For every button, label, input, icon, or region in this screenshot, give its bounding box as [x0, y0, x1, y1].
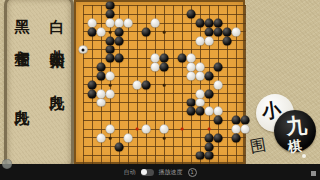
white-stone	[196, 36, 205, 45]
white-stone	[187, 72, 196, 81]
black-stone	[97, 63, 106, 72]
logo-char-jiu: 九	[285, 111, 309, 141]
star-point	[109, 31, 112, 34]
black-color-label: 黑	[13, 7, 31, 8]
black-stone	[115, 28, 124, 37]
white-stone	[151, 54, 160, 63]
white-stone	[97, 98, 106, 107]
grid-line	[83, 102, 246, 103]
grid-line	[191, 5, 192, 164]
black-stone	[205, 72, 214, 81]
logo-char-qi: 棋	[287, 137, 303, 157]
black-stone	[205, 134, 214, 143]
white-stone	[151, 19, 160, 28]
grid-line	[173, 5, 174, 164]
star-point	[163, 137, 166, 140]
black-stone	[223, 36, 232, 45]
star-point	[109, 137, 112, 140]
black-stone	[196, 107, 205, 116]
watermark-badge	[2, 159, 12, 169]
white-stone	[232, 28, 241, 37]
red-marker-dot	[208, 128, 211, 131]
black-stone	[115, 36, 124, 45]
black-stone	[205, 28, 214, 37]
black-stone	[205, 19, 214, 28]
black-stone	[106, 45, 115, 54]
black-stone	[187, 107, 196, 116]
channel-logo: 小 九 围 棋	[250, 94, 316, 168]
video-frame[interactable]: 白 井山裕太 九段 黑 卞相壹 九段 小 九 围 棋 自动 播放速度 1	[0, 0, 320, 180]
black-stone	[160, 63, 169, 72]
white-stone	[124, 19, 133, 28]
white-stone	[214, 81, 223, 90]
bar-right-label: 播放速度	[159, 169, 183, 175]
black-stone	[214, 116, 223, 125]
black-stone	[88, 89, 97, 98]
black-player-column: 黑 卞相壹 九段	[14, 7, 29, 100]
white-stone	[196, 63, 205, 72]
white-stone	[97, 89, 106, 98]
white-stone	[187, 63, 196, 72]
white-stone	[142, 125, 151, 134]
black-stone	[115, 142, 124, 151]
black-stone	[214, 28, 223, 37]
last-move-marker	[82, 48, 85, 51]
white-stone	[106, 89, 115, 98]
white-stone	[187, 54, 196, 63]
black-stone	[241, 116, 250, 125]
player-name-scroll: 白 井山裕太 九段 黑 卞相壹 九段	[4, 0, 74, 170]
white-stone	[88, 19, 97, 28]
grid-line	[83, 155, 246, 156]
black-stone	[214, 19, 223, 28]
black-stone	[88, 81, 97, 90]
star-point	[163, 84, 166, 87]
grid-line	[83, 146, 246, 147]
speed-badge[interactable]: 1	[188, 168, 197, 177]
black-stone	[214, 63, 223, 72]
black-player-name: 卞相壹	[13, 38, 31, 41]
grid-line	[200, 5, 201, 164]
black-stone	[196, 19, 205, 28]
white-stone	[196, 72, 205, 81]
star-point	[109, 84, 112, 87]
white-color-label: 白	[48, 7, 66, 8]
logo-char-wei: 围	[248, 135, 267, 158]
white-player-rank: 九段	[48, 83, 66, 85]
black-stone	[142, 81, 151, 90]
white-stone	[151, 63, 160, 72]
black-stone	[214, 134, 223, 143]
black-stone	[88, 28, 97, 37]
white-stone	[205, 36, 214, 45]
white-stone	[241, 125, 250, 134]
black-stone	[97, 72, 106, 81]
star-point	[163, 31, 166, 34]
black-stone	[232, 116, 241, 125]
black-stone	[205, 151, 214, 160]
black-stone	[106, 1, 115, 10]
red-marker-dot	[181, 128, 184, 131]
black-stone	[205, 142, 214, 151]
grid-line	[245, 5, 246, 164]
white-stone	[106, 125, 115, 134]
white-stone	[205, 107, 214, 116]
go-board[interactable]	[74, 0, 245, 164]
white-stone	[106, 19, 115, 28]
black-stone	[205, 89, 214, 98]
white-stone	[160, 125, 169, 134]
black-stone	[106, 10, 115, 19]
player-corner-icon[interactable]	[311, 171, 316, 176]
black-player-rank: 九段	[13, 98, 31, 100]
white-stone	[196, 98, 205, 107]
toggle-knob	[141, 169, 147, 175]
white-stone	[97, 28, 106, 37]
white-stone	[133, 81, 142, 90]
player-control-bar[interactable]: 自动 播放速度 1	[0, 164, 320, 180]
logo-char-xiao: 小	[260, 97, 282, 125]
black-stone	[115, 54, 124, 63]
grid-line	[182, 5, 183, 164]
black-stone	[142, 28, 151, 37]
black-stone	[223, 28, 232, 37]
black-stone	[196, 151, 205, 160]
black-stone	[106, 36, 115, 45]
black-stone	[187, 10, 196, 19]
autoplay-toggle[interactable]	[141, 169, 154, 176]
white-stone	[106, 72, 115, 81]
white-stone	[97, 134, 106, 143]
black-stone	[178, 54, 187, 63]
white-stone	[214, 107, 223, 116]
bar-left-label: 自动	[124, 169, 136, 175]
black-stone	[187, 98, 196, 107]
white-player-column: 白 井山裕太 九段	[49, 7, 64, 85]
black-stone	[232, 134, 241, 143]
white-player-name: 井山裕太	[48, 38, 66, 42]
white-stone	[232, 125, 241, 134]
white-stone	[196, 89, 205, 98]
black-stone	[106, 54, 115, 63]
red-marker-dot	[136, 128, 139, 131]
logo-dot	[302, 154, 306, 158]
white-stone	[115, 19, 124, 28]
white-stone	[124, 134, 133, 143]
black-stone	[160, 54, 169, 63]
